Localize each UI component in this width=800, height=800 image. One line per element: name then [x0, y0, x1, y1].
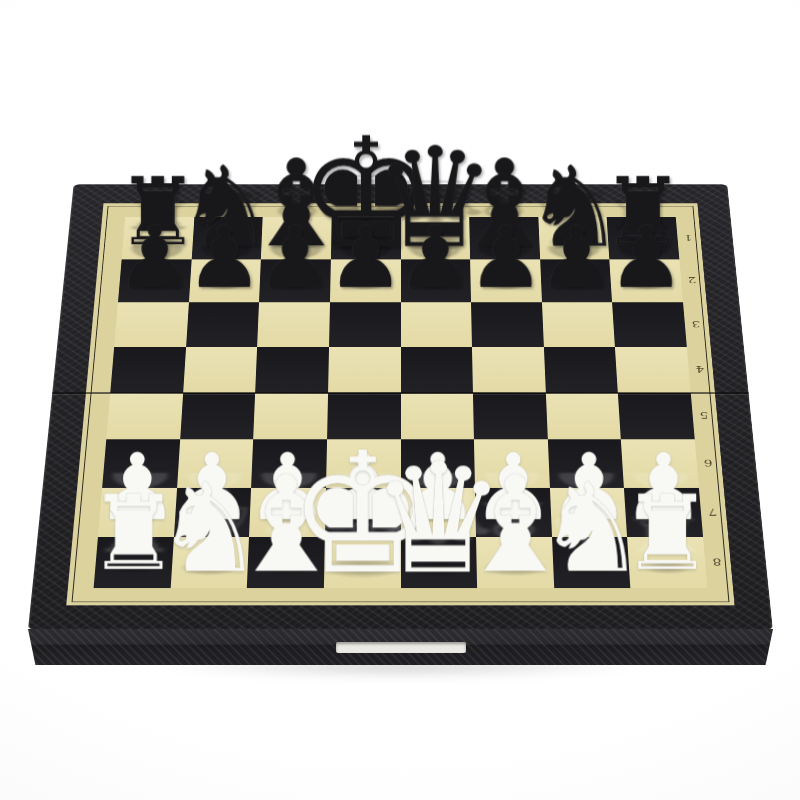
rank-label-8: 8	[709, 557, 726, 568]
rank-label-6: 6	[700, 458, 716, 468]
rank-label-5: 5	[696, 410, 712, 420]
chess-board: 12345678 ♜♞♝♚♛♝♞♜♟♟♟♟♟♟♟♟♟♟♟♟♟♟♟♟♜♞♝♚♛♝♞…	[28, 184, 773, 630]
thumb-notch	[336, 642, 466, 653]
rank-label-7: 7	[704, 507, 720, 517]
board-shadow	[70, 656, 730, 684]
board-border-mat: 12345678	[66, 203, 734, 605]
rank-label-3: 3	[688, 319, 703, 328]
product-photo-scene: 12345678 ♜♞♝♚♛♝♞♜♟♟♟♟♟♟♟♟♟♟♟♟♟♟♟♟♜♞♝♚♛♝♞…	[0, 0, 800, 800]
rank-label-4: 4	[692, 364, 708, 373]
rank-labels: 12345678	[66, 203, 734, 605]
rank-label-1: 1	[681, 233, 696, 242]
rank-label-2: 2	[684, 276, 699, 285]
